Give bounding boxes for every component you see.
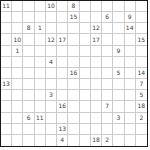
empty-cell-r0c1[interactable] xyxy=(12,1,23,12)
empty-cell-r5c5[interactable] xyxy=(57,57,68,68)
empty-cell-r3c6[interactable] xyxy=(68,34,79,45)
empty-cell-r2c5[interactable] xyxy=(57,23,68,34)
empty-cell-r11c10[interactable] xyxy=(113,124,124,135)
clue-cell-r7c0[interactable]: 13 xyxy=(1,79,12,90)
empty-cell-r7c1[interactable] xyxy=(12,79,23,90)
empty-cell-r0c9[interactable] xyxy=(102,1,113,12)
empty-cell-r8c3[interactable] xyxy=(35,90,46,101)
empty-cell-r6c1[interactable] xyxy=(12,68,23,79)
empty-cell-r1c4[interactable] xyxy=(46,12,57,23)
empty-cell-r2c12[interactable] xyxy=(136,23,147,34)
empty-cell-r12c11[interactable] xyxy=(125,135,136,146)
empty-cell-r7c3[interactable] xyxy=(35,79,46,90)
empty-cell-r9c6[interactable] xyxy=(68,101,79,112)
empty-cell-r6c3[interactable] xyxy=(35,68,46,79)
empty-cell-r10c0[interactable] xyxy=(1,113,12,124)
empty-cell-r7c6[interactable] xyxy=(68,79,79,90)
empty-cell-r9c10[interactable] xyxy=(113,101,124,112)
empty-cell-r7c9[interactable] xyxy=(102,79,113,90)
empty-cell-r1c5[interactable] xyxy=(57,12,68,23)
empty-cell-r11c12[interactable] xyxy=(136,124,147,135)
empty-cell-r3c3[interactable] xyxy=(35,34,46,45)
empty-cell-r0c10[interactable] xyxy=(113,1,124,12)
clue-cell-r8c4[interactable]: 3 xyxy=(46,90,57,101)
numberlink-board: 1110815698112141012171715194165141373516… xyxy=(0,0,148,147)
empty-cell-r11c2[interactable] xyxy=(23,124,34,135)
clue-cell-r11c5[interactable]: 13 xyxy=(57,124,68,135)
page-background: 1110815698112141012171715194165141373516… xyxy=(0,0,150,150)
clue-cell-r2c2[interactable]: 8 xyxy=(23,23,34,34)
empty-cell-r7c10[interactable] xyxy=(113,79,124,90)
empty-cell-r6c0[interactable] xyxy=(1,68,12,79)
empty-cell-r11c6[interactable] xyxy=(68,124,79,135)
clue-cell-r2c11[interactable]: 14 xyxy=(125,23,136,34)
empty-cell-r6c7[interactable] xyxy=(80,68,91,79)
empty-cell-r4c6[interactable] xyxy=(68,46,79,57)
empty-cell-r4c2[interactable] xyxy=(23,46,34,57)
empty-cell-r0c5[interactable] xyxy=(57,1,68,12)
empty-cell-r4c0[interactable] xyxy=(1,46,12,57)
clue-cell-r3c8[interactable]: 17 xyxy=(91,34,102,45)
empty-cell-r2c0[interactable] xyxy=(1,23,12,34)
empty-cell-r5c10[interactable] xyxy=(113,57,124,68)
empty-cell-r5c6[interactable] xyxy=(68,57,79,68)
empty-cell-r6c2[interactable] xyxy=(23,68,34,79)
empty-cell-r12c2[interactable] xyxy=(23,135,34,146)
empty-cell-r3c11[interactable] xyxy=(125,34,136,45)
clue-cell-r1c6[interactable]: 15 xyxy=(68,12,79,23)
clue-cell-r5c4[interactable]: 4 xyxy=(46,57,57,68)
empty-cell-r5c2[interactable] xyxy=(23,57,34,68)
empty-cell-r4c3[interactable] xyxy=(35,46,46,57)
empty-cell-r7c11[interactable] xyxy=(125,79,136,90)
empty-cell-r6c9[interactable] xyxy=(102,68,113,79)
empty-cell-r10c1[interactable] xyxy=(12,113,23,124)
empty-cell-r8c7[interactable] xyxy=(80,90,91,101)
empty-cell-r4c7[interactable] xyxy=(80,46,91,57)
clue-cell-r3c12[interactable]: 15 xyxy=(136,34,147,45)
empty-cell-r4c12[interactable] xyxy=(136,46,147,57)
clue-cell-r4c1[interactable]: 1 xyxy=(12,46,23,57)
empty-cell-r2c6[interactable] xyxy=(68,23,79,34)
empty-cell-r8c0[interactable] xyxy=(1,90,12,101)
empty-cell-r12c12[interactable] xyxy=(136,135,147,146)
empty-cell-r9c7[interactable] xyxy=(80,101,91,112)
empty-cell-r5c12[interactable] xyxy=(136,57,147,68)
empty-cell-r10c9[interactable] xyxy=(102,113,113,124)
empty-cell-r9c2[interactable] xyxy=(23,101,34,112)
empty-cell-r1c0[interactable] xyxy=(1,12,12,23)
empty-cell-r1c2[interactable] xyxy=(23,12,34,23)
empty-cell-r0c3[interactable] xyxy=(35,1,46,12)
empty-cell-r7c5[interactable] xyxy=(57,79,68,90)
empty-cell-r12c1[interactable] xyxy=(12,135,23,146)
empty-cell-r8c8[interactable] xyxy=(91,90,102,101)
empty-cell-r4c4[interactable] xyxy=(46,46,57,57)
empty-cell-r0c8[interactable] xyxy=(91,1,102,12)
empty-cell-r6c11[interactable] xyxy=(125,68,136,79)
clue-cell-r10c12[interactable]: 2 xyxy=(136,113,147,124)
empty-cell-r8c5[interactable] xyxy=(57,90,68,101)
empty-cell-r3c0[interactable] xyxy=(1,34,12,45)
empty-cell-r12c10[interactable] xyxy=(113,135,124,146)
empty-cell-r10c4[interactable] xyxy=(46,113,57,124)
empty-cell-r5c1[interactable] xyxy=(12,57,23,68)
empty-cell-r2c4[interactable] xyxy=(46,23,57,34)
empty-cell-r8c9[interactable] xyxy=(102,90,113,101)
empty-cell-r2c7[interactable] xyxy=(80,23,91,34)
empty-cell-r5c9[interactable] xyxy=(102,57,113,68)
clue-cell-r9c5[interactable]: 16 xyxy=(57,101,68,112)
empty-cell-r4c9[interactable] xyxy=(102,46,113,57)
empty-cell-r3c9[interactable] xyxy=(102,34,113,45)
clue-cell-r9c12[interactable]: 18 xyxy=(136,101,147,112)
empty-cell-r4c5[interactable] xyxy=(57,46,68,57)
empty-cell-r11c7[interactable] xyxy=(80,124,91,135)
clue-cell-r8c12[interactable]: 5 xyxy=(136,90,147,101)
empty-cell-r6c4[interactable] xyxy=(46,68,57,79)
clue-cell-r6c12[interactable]: 14 xyxy=(136,68,147,79)
empty-cell-r2c1[interactable] xyxy=(12,23,23,34)
empty-cell-r10c11[interactable] xyxy=(125,113,136,124)
empty-cell-r12c3[interactable] xyxy=(35,135,46,146)
empty-cell-r9c4[interactable] xyxy=(46,101,57,112)
empty-cell-r10c6[interactable] xyxy=(68,113,79,124)
empty-cell-r11c9[interactable] xyxy=(102,124,113,135)
empty-cell-r11c3[interactable] xyxy=(35,124,46,135)
empty-cell-r1c3[interactable] xyxy=(35,12,46,23)
empty-cell-r11c8[interactable] xyxy=(91,124,102,135)
clue-cell-r10c3[interactable]: 11 xyxy=(35,113,46,124)
empty-cell-r0c11[interactable] xyxy=(125,1,136,12)
clue-cell-r2c8[interactable]: 12 xyxy=(91,23,102,34)
clue-cell-r3c5[interactable]: 17 xyxy=(57,34,68,45)
empty-cell-r2c9[interactable] xyxy=(102,23,113,34)
empty-cell-r5c8[interactable] xyxy=(91,57,102,68)
empty-cell-r6c5[interactable] xyxy=(57,68,68,79)
empty-cell-r2c10[interactable] xyxy=(113,23,124,34)
empty-cell-r11c0[interactable] xyxy=(1,124,12,135)
empty-cell-r9c11[interactable] xyxy=(125,101,136,112)
clue-cell-r1c11[interactable]: 9 xyxy=(125,12,136,23)
empty-cell-r11c1[interactable] xyxy=(12,124,23,135)
empty-cell-r6c8[interactable] xyxy=(91,68,102,79)
empty-cell-r12c7[interactable] xyxy=(80,135,91,146)
empty-cell-r8c2[interactable] xyxy=(23,90,34,101)
clue-cell-r3c1[interactable]: 10 xyxy=(12,34,23,45)
empty-cell-r9c3[interactable] xyxy=(35,101,46,112)
empty-cell-r7c8[interactable] xyxy=(91,79,102,90)
clue-cell-r6c6[interactable]: 16 xyxy=(68,68,79,79)
empty-cell-r7c4[interactable] xyxy=(46,79,57,90)
empty-cell-r0c2[interactable] xyxy=(23,1,34,12)
clue-cell-r10c2[interactable]: 6 xyxy=(23,113,34,124)
clue-cell-r3c4[interactable]: 12 xyxy=(46,34,57,45)
empty-cell-r7c7[interactable] xyxy=(80,79,91,90)
empty-cell-r1c8[interactable] xyxy=(91,12,102,23)
empty-cell-r3c7[interactable] xyxy=(80,34,91,45)
empty-cell-r0c12[interactable] xyxy=(136,1,147,12)
empty-cell-r11c11[interactable] xyxy=(125,124,136,135)
clue-cell-r1c9[interactable]: 6 xyxy=(102,12,113,23)
empty-cell-r8c1[interactable] xyxy=(12,90,23,101)
empty-cell-r8c6[interactable] xyxy=(68,90,79,101)
empty-cell-r4c11[interactable] xyxy=(125,46,136,57)
clue-cell-r0c0[interactable]: 11 xyxy=(1,1,12,12)
empty-cell-r9c1[interactable] xyxy=(12,101,23,112)
empty-cell-r7c2[interactable] xyxy=(23,79,34,90)
clue-cell-r2c3[interactable]: 1 xyxy=(35,23,46,34)
empty-cell-r8c11[interactable] xyxy=(125,90,136,101)
clue-cell-r9c9[interactable]: 7 xyxy=(102,101,113,112)
clue-cell-r7c12[interactable]: 7 xyxy=(136,79,147,90)
empty-cell-r10c8[interactable] xyxy=(91,113,102,124)
empty-cell-r5c0[interactable] xyxy=(1,57,12,68)
empty-cell-r1c10[interactable] xyxy=(113,12,124,23)
empty-cell-r12c6[interactable] xyxy=(68,135,79,146)
empty-cell-r11c4[interactable] xyxy=(46,124,57,135)
clue-cell-r12c8[interactable]: 18 xyxy=(91,135,102,146)
empty-cell-r9c0[interactable] xyxy=(1,101,12,112)
empty-cell-r3c2[interactable] xyxy=(23,34,34,45)
empty-cell-r1c1[interactable] xyxy=(12,12,23,23)
clue-cell-r10c10[interactable]: 3 xyxy=(113,113,124,124)
empty-cell-r12c0[interactable] xyxy=(1,135,12,146)
clue-cell-r0c4[interactable]: 10 xyxy=(46,1,57,12)
empty-cell-r10c7[interactable] xyxy=(80,113,91,124)
empty-cell-r9c8[interactable] xyxy=(91,101,102,112)
clue-cell-r4c10[interactable]: 9 xyxy=(113,46,124,57)
empty-cell-r5c11[interactable] xyxy=(125,57,136,68)
empty-cell-r12c4[interactable] xyxy=(46,135,57,146)
empty-cell-r3c10[interactable] xyxy=(113,34,124,45)
clue-cell-r6c10[interactable]: 5 xyxy=(113,68,124,79)
empty-cell-r1c12[interactable] xyxy=(136,12,147,23)
empty-cell-r10c5[interactable] xyxy=(57,113,68,124)
clue-cell-r12c9[interactable]: 2 xyxy=(102,135,113,146)
empty-cell-r5c3[interactable] xyxy=(35,57,46,68)
empty-cell-r4c8[interactable] xyxy=(91,46,102,57)
empty-cell-r8c10[interactable] xyxy=(113,90,124,101)
empty-cell-r1c7[interactable] xyxy=(80,12,91,23)
empty-cell-r5c7[interactable] xyxy=(80,57,91,68)
clue-cell-r12c5[interactable]: 4 xyxy=(57,135,68,146)
clue-cell-r0c6[interactable]: 8 xyxy=(68,1,79,12)
empty-cell-r0c7[interactable] xyxy=(80,1,91,12)
